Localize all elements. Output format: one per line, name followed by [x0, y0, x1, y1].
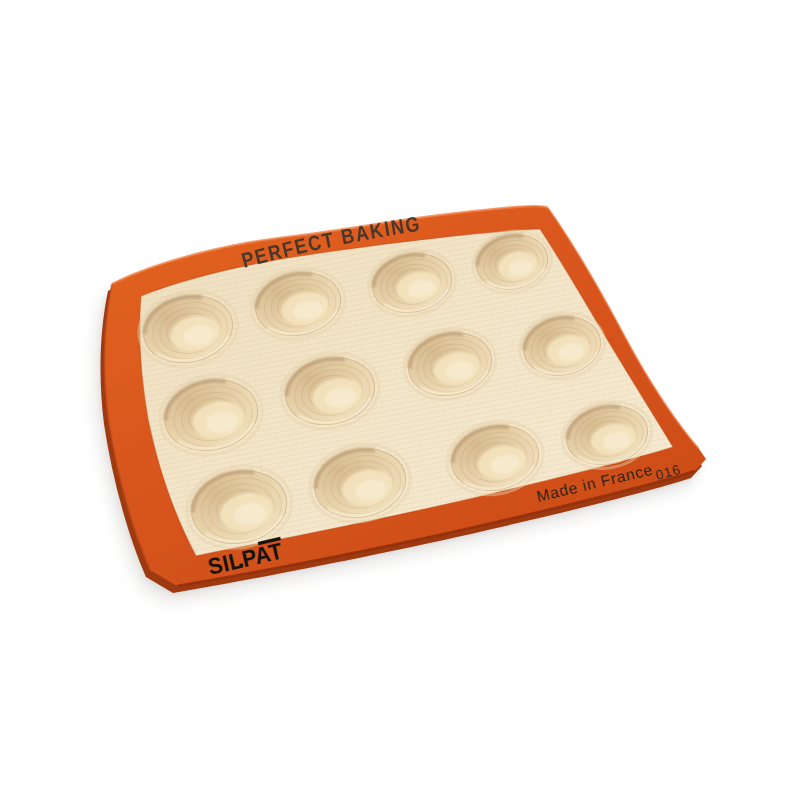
baking-mat-illustration: PERFECT BAKING SILPAT Made in France 016: [0, 0, 800, 800]
product-photo: PERFECT BAKING SILPAT Made in France 016: [0, 0, 800, 800]
